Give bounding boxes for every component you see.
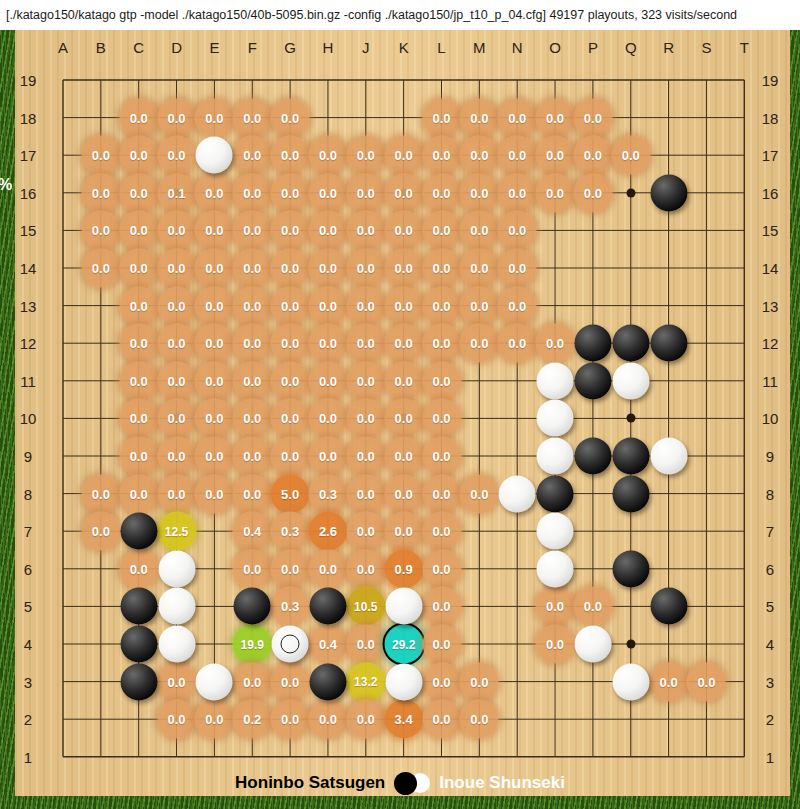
analysis-overlay-B14[interactable]: 0.0 (81, 249, 120, 288)
analysis-overlay-F11[interactable]: 0.0 (233, 361, 272, 400)
analysis-overlay-D17[interactable]: 0.0 (157, 136, 196, 175)
stone-pair-icon (394, 772, 430, 795)
analysis-overlay-H10[interactable]: 0.0 (308, 399, 347, 438)
analysis-overlay-C17[interactable]: 0.0 (119, 136, 158, 175)
analysis-overlay-C16[interactable]: 0.0 (119, 173, 158, 212)
analysis-overlay-J10[interactable]: 0.0 (346, 399, 385, 438)
analysis-overlay-G8[interactable]: 5.0 (271, 474, 310, 513)
black-stone-C7 (120, 513, 157, 550)
analysis-overlay-C15[interactable]: 0.0 (119, 211, 158, 250)
analysis-overlay-F14[interactable]: 0.0 (233, 249, 272, 288)
row-label-left-17: 17 (20, 147, 37, 164)
analysis-overlay-M13[interactable]: 0.0 (460, 286, 499, 325)
analysis-overlay-H16[interactable]: 0.0 (308, 173, 347, 212)
analysis-overlay-D12[interactable]: 0.0 (157, 324, 196, 363)
analysis-overlay-O17[interactable]: 0.0 (536, 136, 575, 175)
row-label-right-13: 13 (762, 297, 779, 314)
analysis-overlay-L5[interactable]: 0.0 (422, 587, 461, 626)
black-stone-Q6 (612, 550, 649, 587)
analysis-overlay-E11[interactable]: 0.0 (195, 361, 234, 400)
analysis-overlay-J12[interactable]: 0.0 (346, 324, 385, 363)
black-stone-P12 (574, 325, 611, 362)
col-label-L: L (437, 39, 445, 56)
black-stone-O8 (537, 475, 574, 512)
analysis-overlay-F9[interactable]: 0.0 (233, 437, 272, 476)
white-stone-D6 (158, 550, 195, 587)
analysis-overlay-J7[interactable]: 0.0 (346, 512, 385, 551)
analysis-overlay-L12[interactable]: 0.0 (422, 324, 461, 363)
analysis-overlay-G10[interactable]: 0.0 (271, 399, 310, 438)
analysis-overlay-M17[interactable]: 0.0 (460, 136, 499, 175)
col-label-A: A (58, 39, 68, 56)
analysis-overlay-J16[interactable]: 0.0 (346, 173, 385, 212)
row-label-right-4: 4 (766, 636, 774, 653)
analysis-overlay-L14[interactable]: 0.0 (422, 249, 461, 288)
analysis-overlay-H11[interactable]: 0.0 (308, 361, 347, 400)
analysis-overlay-F16[interactable]: 0.0 (233, 173, 272, 212)
analysis-overlay-M15[interactable]: 0.0 (460, 211, 499, 250)
analysis-overlay-R3[interactable]: 0.0 (649, 662, 688, 701)
analysis-overlay-N13[interactable]: 0.0 (498, 286, 537, 325)
analysis-overlay-M16[interactable]: 0.0 (460, 173, 499, 212)
row-label-left-3: 3 (24, 673, 32, 690)
go-board[interactable]: ABCDEFGHJKLMNOPQRST191918181717161615151… (15, 30, 790, 796)
row-label-left-2: 2 (24, 711, 32, 728)
row-label-left-15: 15 (20, 222, 37, 239)
white-stone-N8 (499, 475, 536, 512)
analysis-overlay-K10[interactable]: 0.0 (384, 399, 423, 438)
white-stone-R9 (650, 438, 687, 475)
analysis-overlay-F2[interactable]: 0.2 (233, 700, 272, 739)
analysis-overlay-H8[interactable]: 0.3 (308, 474, 347, 513)
analysis-overlay-E14[interactable]: 0.0 (195, 249, 234, 288)
col-label-B: B (96, 39, 106, 56)
row-label-right-19: 19 (762, 72, 779, 89)
white-stone-O9 (537, 438, 574, 475)
row-label-right-2: 2 (766, 711, 774, 728)
analysis-overlay-H15[interactable]: 0.0 (308, 211, 347, 250)
row-label-right-9: 9 (766, 448, 774, 465)
row-label-left-7: 7 (24, 523, 32, 540)
white-stone-Q11 (612, 362, 649, 399)
analysis-overlay-D9[interactable]: 0.0 (157, 437, 196, 476)
row-label-left-6: 6 (24, 560, 32, 577)
white-stone-K5 (385, 588, 422, 625)
analysis-overlay-E15[interactable]: 0.0 (195, 211, 234, 250)
analysis-overlay-F7[interactable]: 0.4 (233, 512, 272, 551)
black-stone-R16 (650, 174, 687, 211)
row-label-right-10: 10 (762, 410, 779, 427)
black-stone-C3 (120, 663, 157, 700)
row-label-left-14: 14 (20, 260, 37, 277)
row-label-left-19: 19 (20, 72, 37, 89)
black-stone-P11 (574, 362, 611, 399)
analysis-overlay-L2[interactable]: 0.0 (422, 700, 461, 739)
row-label-right-3: 3 (766, 673, 774, 690)
analysis-overlay-F15[interactable]: 0.0 (233, 211, 272, 250)
analysis-overlay-B17[interactable]: 0.0 (81, 136, 120, 175)
analysis-overlay-G16[interactable]: 0.0 (271, 173, 310, 212)
analysis-overlay-L4[interactable]: 0.0 (422, 625, 461, 664)
analysis-overlay-B16[interactable]: 0.0 (81, 173, 120, 212)
black-stone-P9 (574, 438, 611, 475)
white-stone-O11 (537, 362, 574, 399)
analysis-overlay-H14[interactable]: 0.0 (308, 249, 347, 288)
analysis-overlay-G6[interactable]: 0.0 (271, 549, 310, 588)
analysis-overlay-G17[interactable]: 0.0 (271, 136, 310, 175)
analysis-overlay-B15[interactable]: 0.0 (81, 211, 120, 250)
analysis-overlay-D11[interactable]: 0.0 (157, 361, 196, 400)
analysis-overlay-O16[interactable]: 0.0 (536, 173, 575, 212)
analysis-overlay-P18[interactable]: 0.0 (573, 98, 612, 137)
analysis-overlay-J3[interactable]: 13.2 (346, 662, 385, 701)
analysis-overlay-H7[interactable]: 2.6 (308, 512, 347, 551)
black-stone-H5 (309, 588, 346, 625)
analysis-overlay-N12[interactable]: 0.0 (498, 324, 537, 363)
analysis-overlay-D15[interactable]: 0.0 (157, 211, 196, 250)
analysis-overlay-L11[interactable]: 0.0 (422, 361, 461, 400)
row-label-left-10: 10 (20, 410, 37, 427)
analysis-overlay-C14[interactable]: 0.0 (119, 249, 158, 288)
analysis-overlay-P5[interactable]: 0.0 (573, 587, 612, 626)
analysis-overlay-L3[interactable]: 0.0 (422, 662, 461, 701)
analysis-overlay-L18[interactable]: 0.0 (422, 98, 461, 137)
analysis-overlay-B7[interactable]: 0.0 (81, 512, 120, 551)
analysis-overlay-M2[interactable]: 0.0 (460, 700, 499, 739)
analysis-overlay-F18[interactable]: 0.0 (233, 98, 272, 137)
analysis-overlay-K11[interactable]: 0.0 (384, 361, 423, 400)
analysis-overlay-D3[interactable]: 0.0 (157, 662, 196, 701)
analysis-overlay-D7[interactable]: 12.5 (157, 512, 196, 551)
analysis-overlay-F8[interactable]: 0.0 (233, 474, 272, 513)
analysis-overlay-L8[interactable]: 0.0 (422, 474, 461, 513)
row-label-right-15: 15 (762, 222, 779, 239)
analysis-overlay-C18[interactable]: 0.0 (119, 98, 158, 137)
analysis-overlay-M3[interactable]: 0.0 (460, 662, 499, 701)
analysis-overlay-M8[interactable]: 0.0 (460, 474, 499, 513)
analysis-overlay-L7[interactable]: 0.0 (422, 512, 461, 551)
analysis-overlay-D10[interactable]: 0.0 (157, 399, 196, 438)
black-player-name: Honinbo Satsugen (235, 773, 385, 793)
analysis-overlay-D2[interactable]: 0.0 (157, 700, 196, 739)
col-label-O: O (549, 39, 561, 56)
row-label-right-16: 16 (762, 184, 779, 201)
row-label-right-7: 7 (766, 523, 774, 540)
row-label-left-11: 11 (20, 372, 36, 389)
black-stone-Q8 (612, 475, 649, 512)
row-label-right-6: 6 (766, 560, 774, 577)
row-label-right-12: 12 (762, 335, 779, 352)
black-stone-Q12 (612, 325, 649, 362)
analysis-overlay-J8[interactable]: 0.0 (346, 474, 385, 513)
analysis-overlay-N16[interactable]: 0.0 (498, 173, 537, 212)
col-label-P: P (588, 39, 598, 56)
analysis-overlay-K9[interactable]: 0.0 (384, 437, 423, 476)
black-stone-H3 (309, 663, 346, 700)
white-stone-Q3 (612, 663, 649, 700)
row-label-left-4: 4 (24, 636, 32, 653)
white-stone-P4 (574, 626, 611, 663)
analysis-overlay-N14[interactable]: 0.0 (498, 249, 537, 288)
players-bar: Honinbo Satsugen Inoue Shunseki (0, 770, 800, 796)
analysis-overlay-J11[interactable]: 0.0 (346, 361, 385, 400)
analysis-overlay-K17[interactable]: 0.0 (384, 136, 423, 175)
analysis-overlay-M14[interactable]: 0.0 (460, 249, 499, 288)
white-player-name: Inoue Shunseki (439, 773, 565, 793)
analysis-overlay-G5[interactable]: 0.3 (271, 587, 310, 626)
col-label-F: F (248, 39, 257, 56)
col-label-C: C (133, 39, 144, 56)
col-label-M: M (473, 39, 486, 56)
analysis-overlay-D13[interactable]: 0.0 (157, 286, 196, 325)
analysis-overlay-C10[interactable]: 0.0 (119, 399, 158, 438)
analysis-overlay-F12[interactable]: 0.0 (233, 324, 272, 363)
analysis-overlay-F17[interactable]: 0.0 (233, 136, 272, 175)
analysis-overlay-K4[interactable]: 29.2 (382, 623, 425, 666)
analysis-overlay-H13[interactable]: 0.0 (308, 286, 347, 325)
col-label-H: H (323, 39, 334, 56)
analysis-overlay-O5[interactable]: 0.0 (536, 587, 575, 626)
analysis-overlay-O18[interactable]: 0.0 (536, 98, 575, 137)
analysis-overlay-L17[interactable]: 0.0 (422, 136, 461, 175)
analysis-overlay-E8[interactable]: 0.0 (195, 474, 234, 513)
analysis-overlay-E13[interactable]: 0.0 (195, 286, 234, 325)
white-stone-D5 (158, 588, 195, 625)
row-label-left-9: 9 (24, 448, 32, 465)
analysis-overlay-G13[interactable]: 0.0 (271, 286, 310, 325)
black-stone-R12 (650, 325, 687, 362)
star-point-Q4 (626, 640, 635, 649)
analysis-overlay-N17[interactable]: 0.0 (498, 136, 537, 175)
analysis-overlay-K16[interactable]: 0.0 (384, 173, 423, 212)
analysis-overlay-C8[interactable]: 0.0 (119, 474, 158, 513)
analysis-overlay-J13[interactable]: 0.0 (346, 286, 385, 325)
row-label-right-11: 11 (762, 372, 778, 389)
analysis-overlay-Q17[interactable]: 0.0 (611, 136, 650, 175)
analysis-overlay-F3[interactable]: 0.0 (233, 662, 272, 701)
analysis-overlay-K12[interactable]: 0.0 (384, 324, 423, 363)
row-label-right-14: 14 (762, 260, 779, 277)
black-stone-F5 (234, 588, 271, 625)
analysis-overlay-F4[interactable]: 19.9 (233, 625, 272, 664)
analysis-overlay-L16[interactable]: 0.0 (422, 173, 461, 212)
col-label-J: J (362, 39, 370, 56)
analysis-overlay-E2[interactable]: 0.0 (195, 700, 234, 739)
analysis-overlay-H6[interactable]: 0.0 (308, 549, 347, 588)
analysis-overlay-P17[interactable]: 0.0 (573, 136, 612, 175)
star-point-Q10 (626, 414, 635, 423)
analysis-overlay-G12[interactable]: 0.0 (271, 324, 310, 363)
analysis-overlay-E9[interactable]: 0.0 (195, 437, 234, 476)
analysis-overlay-D18[interactable]: 0.0 (157, 98, 196, 137)
analysis-overlay-C9[interactable]: 0.0 (119, 437, 158, 476)
analysis-overlay-J2[interactable]: 0.0 (346, 700, 385, 739)
row-label-left-5: 5 (24, 598, 32, 615)
analysis-overlay-M18[interactable]: 0.0 (460, 98, 499, 137)
analysis-overlay-D14[interactable]: 0.0 (157, 249, 196, 288)
col-label-K: K (399, 39, 409, 56)
analysis-overlay-J14[interactable]: 0.0 (346, 249, 385, 288)
analysis-overlay-H9[interactable]: 0.0 (308, 437, 347, 476)
analysis-overlay-J5[interactable]: 10.5 (346, 587, 385, 626)
analysis-overlay-K2[interactable]: 3.4 (384, 700, 423, 739)
row-label-left-16: 16 (20, 184, 37, 201)
row-label-right-5: 5 (766, 598, 774, 615)
analysis-overlay-K8[interactable]: 0.0 (384, 474, 423, 513)
analysis-overlay-L6[interactable]: 0.0 (422, 549, 461, 588)
white-stone-E17 (196, 137, 233, 174)
analysis-overlay-G14[interactable]: 0.0 (271, 249, 310, 288)
winrate-percent-label: % (0, 176, 12, 194)
analysis-overlay-G9[interactable]: 0.0 (271, 437, 310, 476)
col-label-E: E (209, 39, 219, 56)
analysis-overlay-N18[interactable]: 0.0 (498, 98, 537, 137)
white-stone-O7 (537, 513, 574, 550)
analysis-overlay-K15[interactable]: 0.0 (384, 211, 423, 250)
star-point-Q16 (626, 188, 635, 197)
col-label-G: G (284, 39, 296, 56)
analysis-overlay-H2[interactable]: 0.0 (308, 700, 347, 739)
white-stone-O6 (537, 550, 574, 587)
analysis-overlay-D16[interactable]: 0.1 (157, 173, 196, 212)
analysis-overlay-J4[interactable]: 0.0 (346, 625, 385, 664)
analysis-overlay-F13[interactable]: 0.0 (233, 286, 272, 325)
analysis-overlay-O12[interactable]: 0.0 (536, 324, 575, 363)
row-label-right-17: 17 (762, 147, 779, 164)
row-label-left-1: 1 (24, 748, 32, 765)
analysis-overlay-J15[interactable]: 0.0 (346, 211, 385, 250)
analysis-overlay-C6[interactable]: 0.0 (119, 549, 158, 588)
analysis-overlay-K13[interactable]: 0.0 (384, 286, 423, 325)
col-label-R: R (663, 39, 674, 56)
white-stone-D4 (158, 626, 195, 663)
analysis-overlay-G7[interactable]: 0.3 (271, 512, 310, 551)
last-move-marker-G4 (281, 635, 300, 654)
analysis-overlay-K6[interactable]: 0.9 (384, 549, 423, 588)
analysis-overlay-P16[interactable]: 0.0 (573, 173, 612, 212)
analysis-overlay-N15[interactable]: 0.0 (498, 211, 537, 250)
analysis-overlay-G18[interactable]: 0.0 (271, 98, 310, 137)
col-label-T: T (740, 39, 749, 56)
analysis-overlay-D8[interactable]: 0.0 (157, 474, 196, 513)
row-label-left-13: 13 (20, 297, 37, 314)
col-label-D: D (171, 39, 182, 56)
analysis-overlay-E12[interactable]: 0.0 (195, 324, 234, 363)
row-label-left-12: 12 (20, 335, 37, 352)
black-stone-R5 (650, 588, 687, 625)
row-label-left-18: 18 (20, 109, 37, 126)
analysis-overlay-C13[interactable]: 0.0 (119, 286, 158, 325)
engine-command-bar: [./katago150/katago gtp -model ./katago1… (0, 0, 800, 30)
analysis-overlay-F6[interactable]: 0.0 (233, 549, 272, 588)
analysis-overlay-E16[interactable]: 0.0 (195, 173, 234, 212)
analysis-overlay-G15[interactable]: 0.0 (271, 211, 310, 250)
analysis-overlay-H17[interactable]: 0.0 (308, 136, 347, 175)
col-label-N: N (512, 39, 523, 56)
analysis-overlay-L9[interactable]: 0.0 (422, 437, 461, 476)
analysis-overlay-J9[interactable]: 0.0 (346, 437, 385, 476)
white-stone-K3 (385, 663, 422, 700)
analysis-overlay-S3[interactable]: 0.0 (687, 662, 726, 701)
analysis-overlay-G3[interactable]: 0.0 (271, 662, 310, 701)
analysis-overlay-J17[interactable]: 0.0 (346, 136, 385, 175)
analysis-overlay-K14[interactable]: 0.0 (384, 249, 423, 288)
analysis-overlay-M12[interactable]: 0.0 (460, 324, 499, 363)
analysis-overlay-J6[interactable]: 0.0 (346, 549, 385, 588)
analysis-overlay-C12[interactable]: 0.0 (119, 324, 158, 363)
black-stone-icon (394, 772, 417, 795)
analysis-overlay-E18[interactable]: 0.0 (195, 98, 234, 137)
analysis-overlay-L15[interactable]: 0.0 (422, 211, 461, 250)
analysis-overlay-G11[interactable]: 0.0 (271, 361, 310, 400)
analysis-overlay-F10[interactable]: 0.0 (233, 399, 272, 438)
black-stone-C4 (120, 626, 157, 663)
analysis-overlay-C11[interactable]: 0.0 (119, 361, 158, 400)
black-stone-C5 (120, 588, 157, 625)
analysis-overlay-O4[interactable]: 0.0 (536, 625, 575, 664)
analysis-overlay-B8[interactable]: 0.0 (81, 474, 120, 513)
analysis-overlay-L13[interactable]: 0.0 (422, 286, 461, 325)
analysis-overlay-L10[interactable]: 0.0 (422, 399, 461, 438)
black-stone-Q9 (612, 438, 649, 475)
row-label-right-8: 8 (766, 485, 774, 502)
analysis-overlay-K7[interactable]: 0.0 (384, 512, 423, 551)
analysis-overlay-H12[interactable]: 0.0 (308, 324, 347, 363)
row-label-right-18: 18 (762, 109, 779, 126)
row-label-right-1: 1 (766, 748, 774, 765)
col-label-S: S (701, 39, 711, 56)
white-stone-E3 (196, 663, 233, 700)
analysis-overlay-E10[interactable]: 0.0 (195, 399, 234, 438)
col-label-Q: Q (625, 39, 637, 56)
analysis-overlay-H4[interactable]: 0.4 (308, 625, 347, 664)
row-label-left-8: 8 (24, 485, 32, 502)
analysis-overlay-G2[interactable]: 0.0 (271, 700, 310, 739)
white-stone-O10 (537, 400, 574, 437)
